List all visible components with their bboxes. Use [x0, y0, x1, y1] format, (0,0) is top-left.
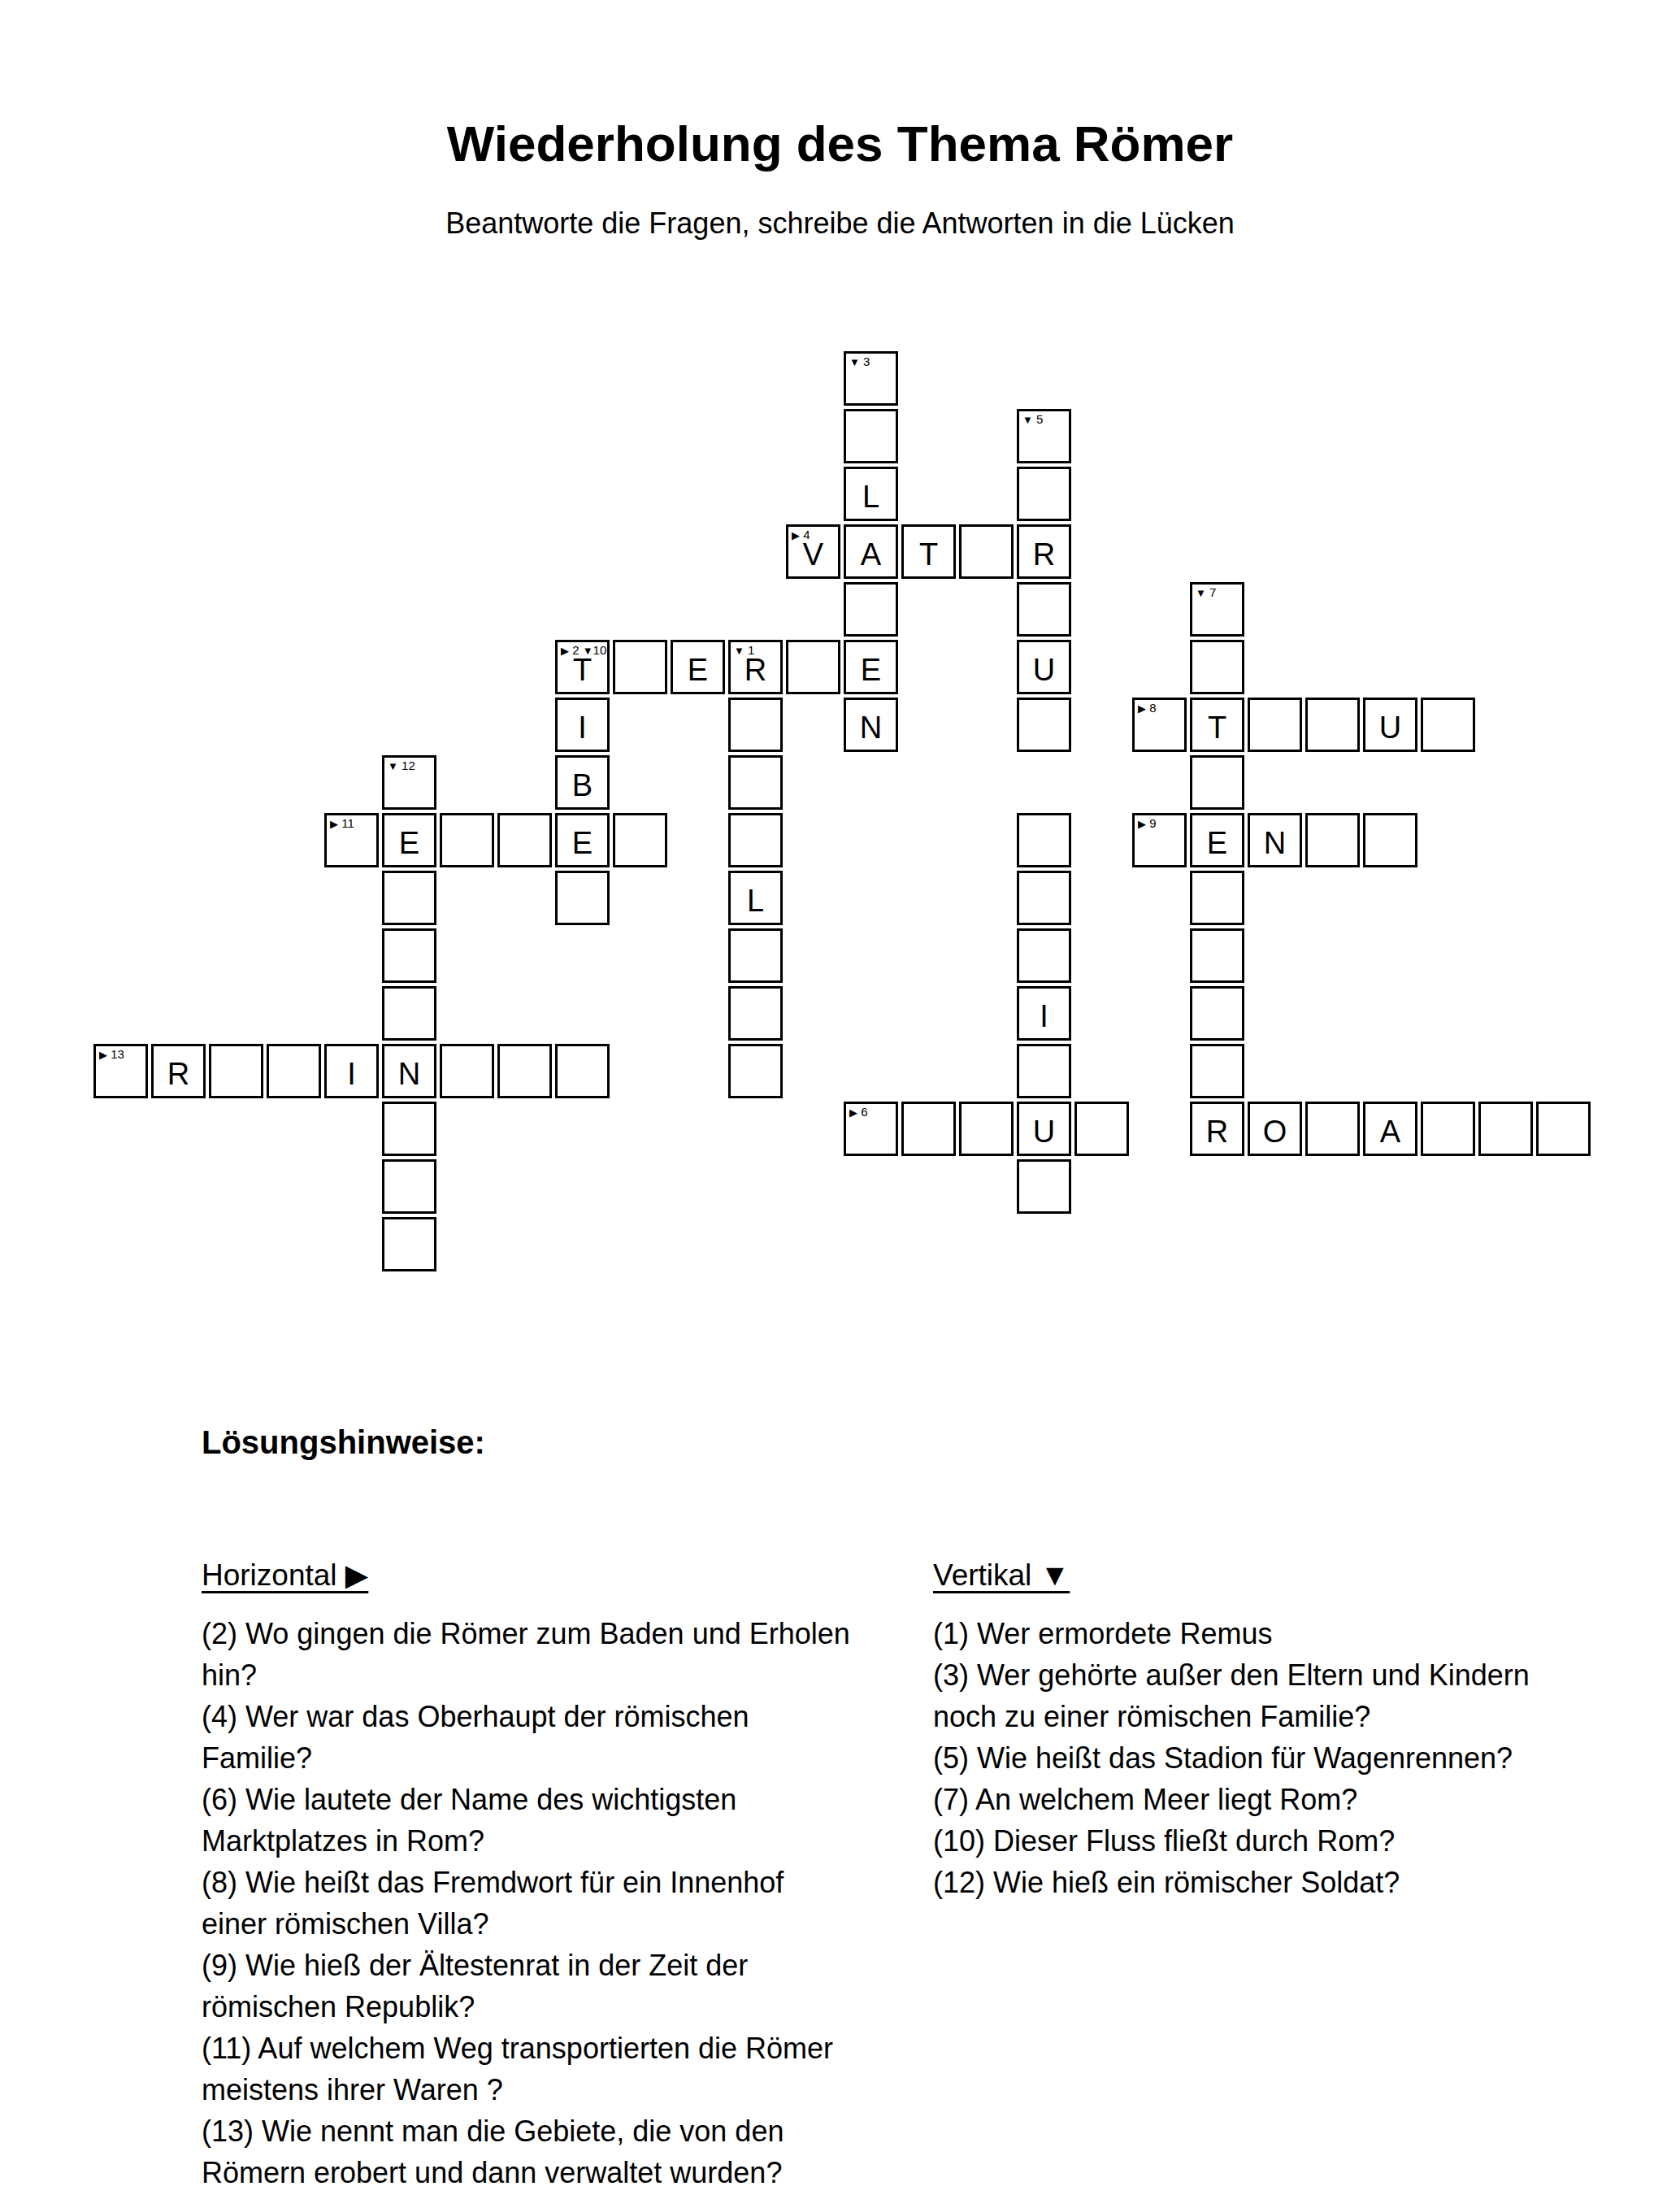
- clue-direction-icon: ▼: [583, 645, 593, 657]
- grid-cell[interactable]: O: [1248, 1102, 1302, 1156]
- hint-letter: L: [747, 880, 764, 916]
- grid-cell[interactable]: [382, 1159, 436, 1214]
- hint-letter: A: [1380, 1111, 1400, 1147]
- down-clue-list: (1) Wer ermordete Remus(3) Wer gehörte a…: [933, 1613, 1648, 1903]
- clue-direction-icon: ▶: [330, 818, 338, 830]
- clue-line: (6) Wie lautete der Name des wichtigsten: [202, 1779, 931, 1820]
- grid-cell[interactable]: ▼ 1R: [728, 640, 783, 694]
- grid-cell[interactable]: [1074, 1102, 1129, 1156]
- grid-cell[interactable]: [1190, 871, 1244, 925]
- clue-number-label: ▶ 9: [1138, 817, 1157, 831]
- grid-cell[interactable]: R: [1190, 1102, 1244, 1156]
- clue-line: (7) An welchem Meer liegt Rom?: [933, 1779, 1648, 1820]
- grid-cell[interactable]: U: [1017, 1102, 1071, 1156]
- hint-letter: E: [688, 650, 708, 685]
- clue-item: (4) Wer war das Oberhaupt der römischenF…: [202, 1696, 931, 1779]
- grid-cell[interactable]: [728, 986, 783, 1041]
- clue-line: einer römischen Villa?: [202, 1903, 931, 1945]
- grid-cell[interactable]: [1536, 1102, 1591, 1156]
- grid-cell[interactable]: [728, 1044, 783, 1098]
- hint-letter: I: [347, 1054, 356, 1089]
- grid-cell[interactable]: [844, 409, 898, 463]
- hint-letter: U: [1379, 707, 1401, 743]
- clue-line: noch zu einer römischen Familie?: [933, 1696, 1648, 1737]
- grid-cell[interactable]: [440, 813, 494, 867]
- clue-line: (9) Wie hieß der Ältestenrat in der Zeit…: [202, 1945, 931, 1986]
- clue-line: hin?: [202, 1654, 931, 1696]
- grid-cell[interactable]: ▼ 3: [844, 351, 898, 406]
- grid-cell[interactable]: [555, 1044, 610, 1098]
- hint-letter: B: [572, 765, 593, 801]
- clue-number-label: ▼ 1: [734, 644, 754, 658]
- grid-cell[interactable]: [1017, 928, 1071, 983]
- hint-letter: O: [1263, 1111, 1287, 1147]
- clue-number-label: ▶ 2 ▼10: [561, 644, 606, 658]
- clue-line: (8) Wie heißt das Fremdwort für ein Inne…: [202, 1862, 931, 1903]
- grid-cell[interactable]: [1305, 698, 1360, 752]
- grid-cell[interactable]: [1363, 813, 1417, 867]
- clue-direction-icon: ▼: [734, 645, 744, 657]
- grid-cell[interactable]: [1017, 467, 1071, 521]
- grid-cell[interactable]: [1190, 755, 1244, 810]
- clue-item: (12) Wie hieß ein römischer Soldat?: [933, 1862, 1648, 1903]
- grid-cell[interactable]: N: [1248, 813, 1302, 867]
- clue-number-label: ▶ 11: [330, 817, 354, 831]
- grid-cell[interactable]: [613, 640, 667, 694]
- grid-cell[interactable]: E: [555, 813, 610, 867]
- grid-cell[interactable]: L: [844, 467, 898, 521]
- clue-direction-icon: ▶: [1138, 818, 1146, 830]
- clue-item: (11) Auf welchem Weg transportierten die…: [202, 2028, 931, 2110]
- clue-number-label: ▶ 13: [99, 1048, 124, 1062]
- hint-letter: I: [578, 707, 587, 743]
- grid-cell[interactable]: E: [844, 640, 898, 694]
- clue-line: (11) Auf welchem Weg transportierten die…: [202, 2028, 931, 2069]
- grid-cell[interactable]: [382, 1217, 436, 1271]
- grid-cell[interactable]: [1190, 986, 1244, 1041]
- clue-direction-icon: ▶: [561, 645, 569, 657]
- clue-number-label: ▶ 4: [792, 528, 810, 542]
- grid-cell[interactable]: ▶ 4V: [786, 524, 840, 579]
- grid-cell[interactable]: [728, 698, 783, 752]
- hint-letter: I: [1040, 996, 1048, 1032]
- clue-item: (9) Wie hieß der Ältestenrat in der Zeit…: [202, 1945, 931, 2028]
- across-clue-list: (2) Wo gingen die Römer zum Baden und Er…: [202, 1613, 931, 2193]
- grid-cell[interactable]: [497, 813, 552, 867]
- clue-line: (5) Wie heißt das Stadion für Wagenrenne…: [933, 1737, 1648, 1779]
- grid-cell[interactable]: ▼ 12: [382, 755, 436, 810]
- clue-direction-icon: ▼: [1022, 414, 1033, 426]
- hint-letter: E: [1207, 823, 1227, 858]
- hint-letter: T: [919, 534, 938, 570]
- grid-cell[interactable]: [1248, 698, 1302, 752]
- grid-cell[interactable]: [959, 1102, 1014, 1156]
- clue-line: (1) Wer ermordete Remus: [933, 1613, 1648, 1654]
- grid-cell[interactable]: ▶ 8: [1132, 698, 1187, 752]
- grid-cell[interactable]: [382, 871, 436, 925]
- clue-item: (7) An welchem Meer liegt Rom?: [933, 1779, 1648, 1820]
- grid-cell[interactable]: T: [901, 524, 956, 579]
- clue-direction-icon: ▶: [792, 529, 800, 541]
- clue-item: (6) Wie lautete der Name des wichtigsten…: [202, 1779, 931, 1862]
- grid-cell[interactable]: [1190, 928, 1244, 983]
- clue-number-label: ▼ 12: [388, 759, 415, 773]
- grid-cell[interactable]: [1017, 871, 1071, 925]
- across-heading: Horizontal ▶: [202, 1558, 931, 1593]
- grid-cell[interactable]: [1017, 582, 1071, 637]
- grid-cell[interactable]: L: [728, 871, 783, 925]
- grid-cell[interactable]: [1190, 640, 1244, 694]
- grid-cell[interactable]: [901, 1102, 956, 1156]
- hints-heading: Lösungshinweise:: [202, 1423, 485, 1462]
- grid-cell[interactable]: A: [1363, 1102, 1417, 1156]
- grid-cell[interactable]: [1305, 813, 1360, 867]
- hint-letter: R: [1206, 1111, 1228, 1147]
- hint-letter: R: [1033, 534, 1055, 570]
- clue-line: Marktplatzes in Rom?: [202, 1820, 931, 1862]
- grid-cell[interactable]: R: [151, 1044, 206, 1098]
- grid-cell[interactable]: [959, 524, 1014, 579]
- grid-cell[interactable]: [728, 928, 783, 983]
- grid-cell[interactable]: R: [1017, 524, 1071, 579]
- clue-direction-icon: ▶: [99, 1049, 107, 1061]
- clue-direction-icon: ▼: [1196, 587, 1206, 599]
- grid-cell[interactable]: [1017, 698, 1071, 752]
- grid-cell[interactable]: ▶ 13: [93, 1044, 148, 1098]
- grid-cell[interactable]: ▼ 5: [1017, 409, 1071, 463]
- grid-cell[interactable]: [1017, 1044, 1071, 1098]
- grid-cell[interactable]: [382, 1102, 436, 1156]
- grid-cell[interactable]: I: [324, 1044, 379, 1098]
- grid-cell[interactable]: ▶ 2 ▼10T: [555, 640, 610, 694]
- hint-letter: E: [572, 823, 593, 858]
- hint-letter: T: [1208, 707, 1226, 743]
- clue-direction-icon: ▼: [388, 760, 398, 772]
- worksheet-page: { "game": "crossword", "header": { "titl…: [0, 0, 1680, 2195]
- grid-cell[interactable]: [728, 755, 783, 810]
- grid-cell[interactable]: U: [1017, 640, 1071, 694]
- grid-cell[interactable]: E: [1190, 813, 1244, 867]
- grid-cell[interactable]: [1421, 698, 1475, 752]
- clue-number-label: ▶ 6: [849, 1106, 868, 1119]
- page-title: Wiederholung des Thema Römer: [0, 114, 1680, 174]
- grid-cell[interactable]: E: [382, 813, 436, 867]
- grid-cell[interactable]: [844, 582, 898, 637]
- down-heading: Vertikal ▼: [933, 1558, 1648, 1593]
- hint-letter: E: [399, 823, 419, 858]
- clue-item: (5) Wie heißt das Stadion für Wagenrenne…: [933, 1737, 1648, 1779]
- clue-item: (10) Dieser Fluss fließt durch Rom?: [933, 1820, 1648, 1862]
- grid-cell[interactable]: N: [382, 1044, 436, 1098]
- grid-cell[interactable]: [1305, 1102, 1360, 1156]
- grid-cell[interactable]: [786, 640, 840, 694]
- clue-line: (13) Wie nennt man die Gebiete, die von …: [202, 2110, 931, 2152]
- clue-item: (13) Wie nennt man die Gebiete, die von …: [202, 2110, 931, 2193]
- grid-cell[interactable]: [728, 813, 783, 867]
- grid-cell[interactable]: [1017, 1159, 1071, 1214]
- grid-cell[interactable]: [1190, 1044, 1244, 1098]
- grid-cell[interactable]: [1017, 813, 1071, 867]
- page-subtitle: Beantworte die Fragen, schreibe die Antw…: [0, 205, 1680, 242]
- clue-line: (2) Wo gingen die Römer zum Baden und Er…: [202, 1613, 931, 1654]
- hint-letter: U: [1033, 650, 1055, 685]
- clue-line: römischen Republik?: [202, 1986, 931, 2028]
- clue-line: (3) Wer gehörte außer den Eltern und Kin…: [933, 1654, 1648, 1696]
- grid-cell[interactable]: [497, 1044, 552, 1098]
- grid-cell[interactable]: U: [1363, 698, 1417, 752]
- grid-cell[interactable]: [555, 871, 610, 925]
- clue-line: (12) Wie hieß ein römischer Soldat?: [933, 1862, 1648, 1903]
- hint-letter: E: [861, 650, 881, 685]
- clue-item: (3) Wer gehörte außer den Eltern und Kin…: [933, 1654, 1648, 1737]
- hint-letter: A: [861, 534, 881, 570]
- grid-cell[interactable]: ▶ 9: [1132, 813, 1187, 867]
- clue-direction-icon: ▶: [849, 1106, 857, 1119]
- grid-cell[interactable]: E: [671, 640, 725, 694]
- clue-number-label: ▼ 5: [1022, 413, 1043, 427]
- crossword-grid: ▼ 3▼ 5L▶ 4VATR▼ 7▶ 2 ▼10TE▼ 1REUIN▶ 8TU▼…: [93, 351, 1594, 1275]
- clue-item: (8) Wie heißt das Fremdwort für ein Inne…: [202, 1862, 931, 1945]
- grid-cell[interactable]: [382, 986, 436, 1041]
- grid-cell[interactable]: [382, 928, 436, 983]
- clue-direction-icon: ▶: [1138, 702, 1146, 715]
- clue-line: (4) Wer war das Oberhaupt der römischen: [202, 1696, 931, 1737]
- grid-cell[interactable]: N: [844, 698, 898, 752]
- grid-cell[interactable]: A: [844, 524, 898, 579]
- clue-number-label: ▶ 8: [1138, 702, 1157, 715]
- grid-cell[interactable]: [1421, 1102, 1475, 1156]
- grid-cell[interactable]: ▼ 7: [1190, 582, 1244, 637]
- clue-line: Römern erobert und dann verwaltet wurden…: [202, 2152, 931, 2193]
- clue-item: (1) Wer ermordete Remus: [933, 1613, 1648, 1654]
- clue-item: (2) Wo gingen die Römer zum Baden und Er…: [202, 1613, 931, 1696]
- down-clues-column: Vertikal ▼ (1) Wer ermordete Remus(3) We…: [933, 1558, 1648, 1903]
- hint-letter: N: [398, 1054, 420, 1089]
- grid-cell[interactable]: [1478, 1102, 1533, 1156]
- clue-number-label: ▼ 7: [1196, 586, 1216, 600]
- hint-letter: L: [862, 476, 879, 512]
- grid-cell[interactable]: ▶ 11: [324, 813, 379, 867]
- grid-cell[interactable]: ▶ 6: [844, 1102, 898, 1156]
- grid-cell[interactable]: T: [1190, 698, 1244, 752]
- hint-letter: R: [167, 1054, 189, 1089]
- clue-line: (10) Dieser Fluss fließt durch Rom?: [933, 1820, 1648, 1862]
- grid-cell[interactable]: [267, 1044, 321, 1098]
- grid-cell[interactable]: B: [555, 755, 610, 810]
- grid-cell[interactable]: I: [1017, 986, 1071, 1041]
- clue-line: Familie?: [202, 1737, 931, 1779]
- grid-cell[interactable]: [440, 1044, 494, 1098]
- grid-cell[interactable]: [209, 1044, 263, 1098]
- hint-letter: N: [1264, 823, 1286, 858]
- hint-letter: U: [1033, 1111, 1055, 1147]
- grid-cell[interactable]: [613, 813, 667, 867]
- across-clues-column: Horizontal ▶ (2) Wo gingen die Römer zum…: [202, 1558, 931, 2193]
- clue-line: meistens ihrer Waren ?: [202, 2069, 931, 2110]
- clue-number-label: ▼ 3: [849, 355, 870, 369]
- hint-letter: N: [860, 707, 882, 743]
- grid-cell[interactable]: I: [555, 698, 610, 752]
- clue-direction-icon: ▼: [849, 356, 860, 368]
